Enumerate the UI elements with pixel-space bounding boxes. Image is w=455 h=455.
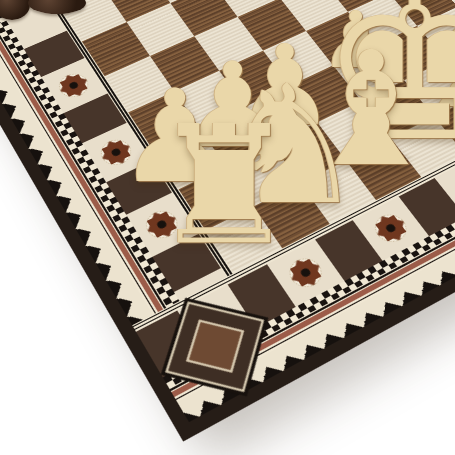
- pieces-layer: ♜♞♝♚♝♟♟♟♟: [0, 0, 455, 455]
- photo-stage: Angled corner photograph of a Spanish ma…: [0, 0, 455, 455]
- black-pawn-b7[interactable]: [28, 0, 86, 14]
- black-pawn-a7[interactable]: [0, 0, 30, 20]
- white-rook-a1[interactable]: ♜: [151, 104, 297, 267]
